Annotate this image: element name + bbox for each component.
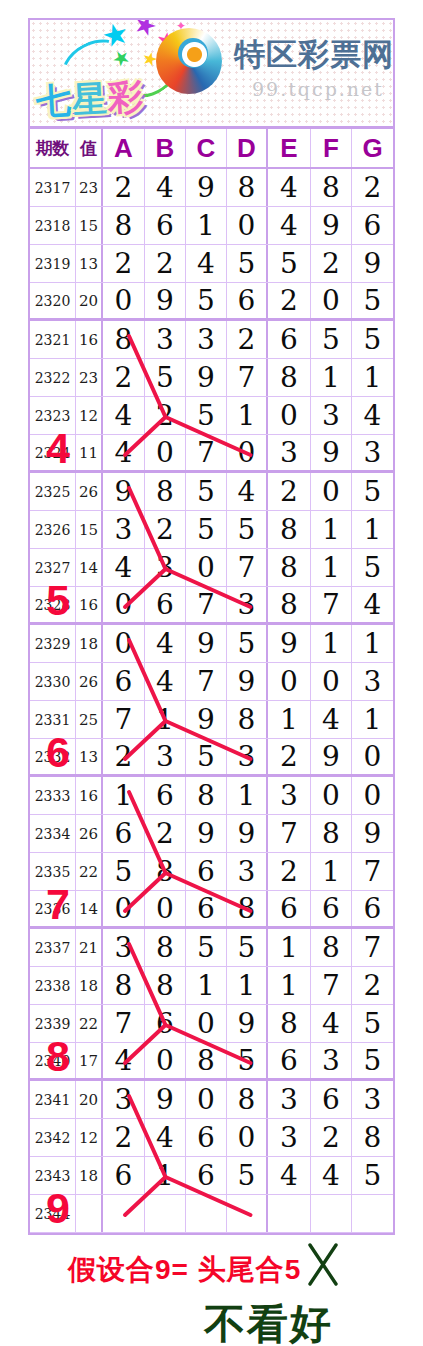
digit-cell: 1	[145, 701, 186, 738]
digit-cell: 7	[227, 549, 268, 586]
digit-cell: 5	[227, 245, 268, 282]
digit-cell: 4	[103, 549, 145, 586]
value-cell: 26	[76, 473, 103, 510]
digit-cell: 7	[311, 967, 352, 1004]
table-row: 2328160673874	[30, 587, 393, 625]
digit-cell: 5	[186, 473, 227, 510]
digit-cell: 1	[311, 549, 352, 586]
digit-cell: 5	[268, 245, 311, 282]
digit-cell: 9	[186, 815, 227, 852]
period-cell: 2320	[30, 283, 76, 318]
table-header-row: 期数值ABCDEFG	[30, 129, 393, 169]
digit-cell: 2	[103, 739, 145, 774]
table-row: 2336140068666	[30, 891, 393, 929]
digit-cell: 2	[311, 1119, 352, 1156]
period-cell: 2322	[30, 359, 76, 396]
value-cell: 20	[76, 1081, 103, 1118]
digit-cell: 4	[103, 435, 145, 470]
digit-cell: 5	[227, 511, 268, 548]
big-red-number: 5	[46, 577, 70, 623]
digit-cell: 1	[352, 625, 393, 662]
digit-cell: 1	[311, 359, 352, 396]
hypothesis-text: 假设合9= 头尾合5	[68, 1251, 301, 1289]
digit-cell: 3	[145, 549, 186, 586]
digit-cell	[145, 1195, 186, 1232]
digit-cell: 1	[186, 967, 227, 1004]
table-row: 2323124251034	[30, 397, 393, 435]
value-cell: 23	[76, 359, 103, 396]
site-name: 特区彩票网	[234, 34, 393, 76]
digit-cell	[311, 1195, 352, 1232]
table-row: 2319132245529	[30, 245, 393, 283]
digit-cell: 8	[103, 967, 145, 1004]
table-row: 2317232498482	[30, 169, 393, 207]
period-cell: 2337	[30, 929, 76, 966]
digit-cell: 6	[227, 283, 268, 318]
digit-cell: 8	[268, 587, 311, 622]
value-cell: 23	[76, 169, 103, 206]
digit-cell: 8	[352, 1119, 393, 1156]
digit-cell: 6	[268, 321, 311, 358]
digit-cell: 9	[103, 473, 145, 510]
digit-cell: 3	[268, 1081, 311, 1118]
digit-cell: 0	[227, 207, 268, 244]
digit-cell: 3	[268, 1119, 311, 1156]
digit-cell: 7	[186, 587, 227, 622]
digit-cell: 9	[268, 625, 311, 662]
digit-cell: 6	[186, 853, 227, 890]
digit-cell: 4	[145, 663, 186, 700]
table-row: 2343186165445	[30, 1157, 393, 1195]
big-red-number: 4	[46, 425, 70, 471]
digit-cell: 5	[186, 511, 227, 548]
table-row: 2340174085635	[30, 1043, 393, 1081]
digit-cell: 6	[352, 891, 393, 926]
column-header-E: E	[268, 129, 311, 167]
digit-cell: 9	[186, 169, 227, 206]
digit-cell: 5	[186, 739, 227, 774]
digit-cell: 3	[311, 397, 352, 434]
period-cell: 2325	[30, 473, 76, 510]
digit-cell: 7	[186, 663, 227, 700]
digit-cell: 6	[145, 1005, 186, 1042]
big-red-number: 6	[46, 729, 70, 775]
digit-cell: 9	[352, 815, 393, 852]
brand-char: 彩	[107, 76, 145, 117]
digit-cell: 1	[311, 853, 352, 890]
table-row: 2338188811172	[30, 967, 393, 1005]
brand-char: 星	[71, 78, 109, 119]
table-row: 2330266479003	[30, 663, 393, 701]
analysis-footer: 假设合9= 头尾合5 不看好	[28, 1242, 395, 1346]
value-cell	[76, 1195, 103, 1232]
digit-cell: 4	[227, 473, 268, 510]
digit-cell: 0	[145, 1043, 186, 1078]
digit-cell: 8	[227, 1081, 268, 1118]
digit-cell: 4	[103, 397, 145, 434]
digit-cell: 4	[268, 1157, 311, 1194]
digit-cell: 2	[103, 1119, 145, 1156]
digit-cell: 3	[227, 739, 268, 774]
table-row: 2322232597811	[30, 359, 393, 397]
table-row: 2318158610496	[30, 207, 393, 245]
digit-cell: 1	[186, 207, 227, 244]
digit-cell	[268, 1195, 311, 1232]
digit-cell: 6	[103, 815, 145, 852]
digit-cell: 9	[145, 283, 186, 318]
digit-cell: 7	[352, 929, 393, 966]
digit-cell: 8	[311, 815, 352, 852]
digit-cell: 6	[186, 1119, 227, 1156]
digit-cell: 3	[103, 1081, 145, 1118]
digit-cell: 8	[186, 777, 227, 814]
digit-cell: 9	[145, 1081, 186, 1118]
table-row: 2332132353290	[30, 739, 393, 777]
digit-cell: 6	[268, 1043, 311, 1078]
digit-cell: 0	[103, 587, 145, 622]
digit-cell: 2	[103, 169, 145, 206]
column-header-C: C	[186, 129, 227, 167]
brand-char: 七	[35, 80, 73, 121]
big-red-number: 8	[46, 1033, 70, 1079]
digit-cell: 9	[311, 435, 352, 470]
value-cell: 15	[76, 207, 103, 244]
table-row: 2321168332655	[30, 321, 393, 359]
digit-cell: 5	[227, 1157, 268, 1194]
value-cell: 22	[76, 853, 103, 890]
digit-cell: 3	[227, 587, 268, 622]
digit-cell: 2	[268, 739, 311, 774]
digit-cell: 1	[268, 967, 311, 1004]
digit-cell: 0	[103, 625, 145, 662]
digit-cell: 3	[352, 435, 393, 470]
table-row: 2339227609845	[30, 1005, 393, 1043]
value-cell: 15	[76, 511, 103, 548]
table-row: 2326153255811	[30, 511, 393, 549]
table-row: 2342122460328	[30, 1119, 393, 1157]
period-cell: 2333	[30, 777, 76, 814]
big-red-number: 9	[46, 1185, 70, 1231]
digit-cell: 7	[311, 587, 352, 622]
table-row: 2324114070393	[30, 435, 393, 473]
digit-cell: 8	[311, 169, 352, 206]
digit-cell: 6	[186, 891, 227, 926]
digit-cell: 0	[145, 435, 186, 470]
digit-cell: 9	[352, 245, 393, 282]
value-cell: 21	[76, 929, 103, 966]
table-row: 2329180495911	[30, 625, 393, 663]
digit-cell: 7	[352, 853, 393, 890]
period-cell: 2341	[30, 1081, 76, 1118]
digit-cell: 9	[186, 625, 227, 662]
value-cell: 20	[76, 283, 103, 318]
digit-cell: 8	[268, 549, 311, 586]
value-cell: 22	[76, 1005, 103, 1042]
digit-cell: 0	[145, 891, 186, 926]
digit-cell: 0	[268, 663, 311, 700]
digit-cell: 8	[268, 359, 311, 396]
table-row: 2344	[30, 1195, 393, 1233]
digit-cell: 5	[352, 549, 393, 586]
digit-cell: 8	[145, 967, 186, 1004]
table-row: 2331257198141	[30, 701, 393, 739]
digit-cell: 3	[145, 739, 186, 774]
digit-cell: 0	[186, 1081, 227, 1118]
period-cell: 2319	[30, 245, 76, 282]
digit-cell: 0	[227, 1119, 268, 1156]
digit-cell: 9	[186, 701, 227, 738]
value-cell: 13	[76, 245, 103, 282]
period-cell: 2330	[30, 663, 76, 700]
value-cell: 12	[76, 1119, 103, 1156]
hypothesis-line: 假设合9= 头尾合5	[28, 1242, 395, 1297]
table-row: 2327144307815	[30, 549, 393, 587]
digit-cell: 2	[103, 245, 145, 282]
table-row: 2334266299789	[30, 815, 393, 853]
digit-cell: 7	[227, 359, 268, 396]
digit-cell: 4	[311, 701, 352, 738]
digit-cell: 8	[103, 207, 145, 244]
digit-cell: 0	[311, 473, 352, 510]
digit-cell: 5	[352, 1043, 393, 1078]
digit-cell: 5	[352, 321, 393, 358]
digit-cell: 6	[311, 1081, 352, 1118]
value-cell: 14	[76, 549, 103, 586]
digit-cell: 5	[186, 397, 227, 434]
digit-cell: 4	[186, 245, 227, 282]
digit-cell: 3	[227, 853, 268, 890]
digit-cell: 0	[227, 435, 268, 470]
site-url: 99.tqcp.net	[252, 78, 384, 100]
digit-cell: 5	[227, 929, 268, 966]
digit-cell: 6	[268, 891, 311, 926]
period-cell: 2342	[30, 1119, 76, 1156]
digit-cell: 1	[352, 359, 393, 396]
digit-cell: 9	[186, 359, 227, 396]
digit-cell: 1	[352, 701, 393, 738]
cross-mark-icon	[305, 1240, 341, 1295]
digit-cell: 1	[268, 929, 311, 966]
value-cell: 18	[76, 625, 103, 662]
value-cell: 14	[76, 891, 103, 926]
digit-cell	[352, 1195, 393, 1232]
digit-cell: 8	[103, 321, 145, 358]
digit-cell: 9	[227, 663, 268, 700]
period-cell: 2317	[30, 169, 76, 206]
digit-cell: 9	[311, 207, 352, 244]
digit-cell: 3	[268, 777, 311, 814]
digit-cell: 2	[145, 245, 186, 282]
digit-cell: 1	[103, 777, 145, 814]
value-cell: 18	[76, 967, 103, 1004]
site-banner: ★ ★ ★ ★ ★ ★ ✦ ✶ 七星彩 特区彩票网 99.tqcp.net	[30, 20, 393, 129]
digit-cell: 0	[311, 777, 352, 814]
digit-cell: 7	[103, 701, 145, 738]
digit-cell: 6	[103, 663, 145, 700]
value-cell: 17	[76, 1043, 103, 1078]
period-cell: 2334	[30, 815, 76, 852]
period-cell: 2321	[30, 321, 76, 358]
digit-cell: 4	[145, 625, 186, 662]
digit-cell: 1	[145, 1157, 186, 1194]
period-cell: 2329	[30, 625, 76, 662]
digit-cell: 5	[186, 283, 227, 318]
verdict-text: 不看好	[28, 1297, 395, 1346]
lottery-trend-chart: ★ ★ ★ ★ ★ ★ ✦ ✶ 七星彩 特区彩票网 99.tqcp.net 期数…	[28, 18, 395, 1235]
digit-cell: 3	[268, 435, 311, 470]
table-row: 2337213855187	[30, 929, 393, 967]
digit-cell: 0	[103, 283, 145, 318]
digit-cell: 2	[103, 359, 145, 396]
digit-cell: 0	[311, 663, 352, 700]
digit-cell: 5	[352, 1157, 393, 1194]
value-cell: 26	[76, 663, 103, 700]
digit-cell: 6	[103, 1157, 145, 1194]
column-header-period: 期数	[30, 129, 76, 167]
digit-cell: 4	[311, 1005, 352, 1042]
digit-cell: 1	[311, 625, 352, 662]
digit-cell: 2	[352, 967, 393, 1004]
digit-cell: 2	[145, 397, 186, 434]
digit-cell: 1	[352, 511, 393, 548]
digit-cell: 0	[311, 283, 352, 318]
digit-cell: 3	[145, 321, 186, 358]
digit-cell: 7	[103, 1005, 145, 1042]
digit-cell: 2	[145, 511, 186, 548]
digit-cell: 1	[311, 511, 352, 548]
digit-cell: 5	[145, 359, 186, 396]
digit-cell: 4	[268, 169, 311, 206]
value-cell: 26	[76, 815, 103, 852]
digit-cell: 4	[145, 1119, 186, 1156]
digit-cell: 1	[227, 397, 268, 434]
digit-cell: 5	[352, 1005, 393, 1042]
column-header-D: D	[227, 129, 268, 167]
digit-cell: 5	[352, 473, 393, 510]
digit-cell	[227, 1195, 268, 1232]
digit-cell: 9	[311, 739, 352, 774]
digit-cell: 0	[352, 777, 393, 814]
digit-cell: 5	[186, 929, 227, 966]
digit-cell: 5	[352, 283, 393, 318]
table-row: 2335225863217	[30, 853, 393, 891]
digit-cell: 8	[227, 701, 268, 738]
value-cell: 16	[76, 777, 103, 814]
digit-cell: 7	[268, 815, 311, 852]
digit-cell: 2	[145, 815, 186, 852]
digit-cell: 8	[145, 473, 186, 510]
digit-cell: 8	[311, 929, 352, 966]
digit-cell: 3	[311, 1043, 352, 1078]
digit-cell: 7	[186, 435, 227, 470]
digit-cell: 6	[186, 1157, 227, 1194]
digit-cell: 4	[268, 207, 311, 244]
column-header-G: G	[352, 129, 393, 167]
digit-cell: 3	[352, 663, 393, 700]
digit-cell: 2	[268, 853, 311, 890]
digit-cell: 4	[103, 1043, 145, 1078]
digit-cell: 8	[145, 929, 186, 966]
brand-logo-text: 七星彩	[35, 73, 145, 126]
digit-cell: 6	[145, 207, 186, 244]
digit-cell: 5	[311, 321, 352, 358]
digit-cell: 1	[268, 701, 311, 738]
column-header-value: 值	[76, 129, 103, 167]
table-row: 2320200956205	[30, 283, 393, 321]
value-cell: 18	[76, 1157, 103, 1194]
value-cell: 11	[76, 435, 103, 470]
digit-cell: 0	[186, 549, 227, 586]
value-cell: 12	[76, 397, 103, 434]
digit-cell	[186, 1195, 227, 1232]
digit-cell: 8	[227, 169, 268, 206]
digit-cell: 8	[186, 1043, 227, 1078]
digit-cell: 5	[227, 1043, 268, 1078]
period-cell: 2338	[30, 967, 76, 1004]
table-row: 2333161681300	[30, 777, 393, 815]
digit-cell: 9	[227, 815, 268, 852]
period-cell: 2326	[30, 511, 76, 548]
digit-cell: 8	[227, 891, 268, 926]
column-header-F: F	[311, 129, 352, 167]
digit-cell: 1	[227, 777, 268, 814]
digit-cell: 3	[186, 321, 227, 358]
table-row: 2325269854205	[30, 473, 393, 511]
digit-cell: 1	[227, 967, 268, 1004]
digit-cell: 3	[103, 929, 145, 966]
digit-cell: 5	[103, 853, 145, 890]
site-swirl-logo-icon	[156, 28, 222, 94]
digit-cell: 4	[311, 1157, 352, 1194]
digit-cell: 2	[352, 169, 393, 206]
digit-cell: 4	[352, 397, 393, 434]
digit-cell: 0	[186, 1005, 227, 1042]
digit-cell: 6	[352, 207, 393, 244]
digit-cell: 3	[352, 1081, 393, 1118]
digit-cell: 9	[227, 1005, 268, 1042]
period-cell: 2318	[30, 207, 76, 244]
digit-cell: 8	[145, 853, 186, 890]
digit-cell: 0	[268, 397, 311, 434]
digit-cell: 2	[311, 245, 352, 282]
big-red-number: 7	[46, 881, 70, 927]
digit-cell: 6	[311, 891, 352, 926]
table-row: 2341203908363	[30, 1081, 393, 1119]
digit-cell: 6	[145, 777, 186, 814]
digit-cell: 4	[145, 169, 186, 206]
column-header-A: A	[103, 129, 145, 167]
digit-cell: 8	[268, 1005, 311, 1042]
digit-cell: 6	[145, 587, 186, 622]
value-cell: 25	[76, 701, 103, 738]
digit-cell: 2	[268, 473, 311, 510]
value-cell: 16	[76, 321, 103, 358]
digit-cell	[103, 1195, 145, 1232]
digit-cell: 0	[352, 739, 393, 774]
digit-cell: 4	[352, 587, 393, 622]
digit-cell: 3	[103, 511, 145, 548]
digit-cell: 0	[103, 891, 145, 926]
value-cell: 13	[76, 739, 103, 774]
digit-cell: 2	[227, 321, 268, 358]
value-cell: 16	[76, 587, 103, 622]
trend-table: 期数值ABCDEFG231723249848223181586104962319…	[30, 129, 393, 1233]
digit-cell: 8	[268, 511, 311, 548]
digit-cell: 2	[268, 283, 311, 318]
column-header-B: B	[145, 129, 186, 167]
digit-cell: 5	[227, 625, 268, 662]
